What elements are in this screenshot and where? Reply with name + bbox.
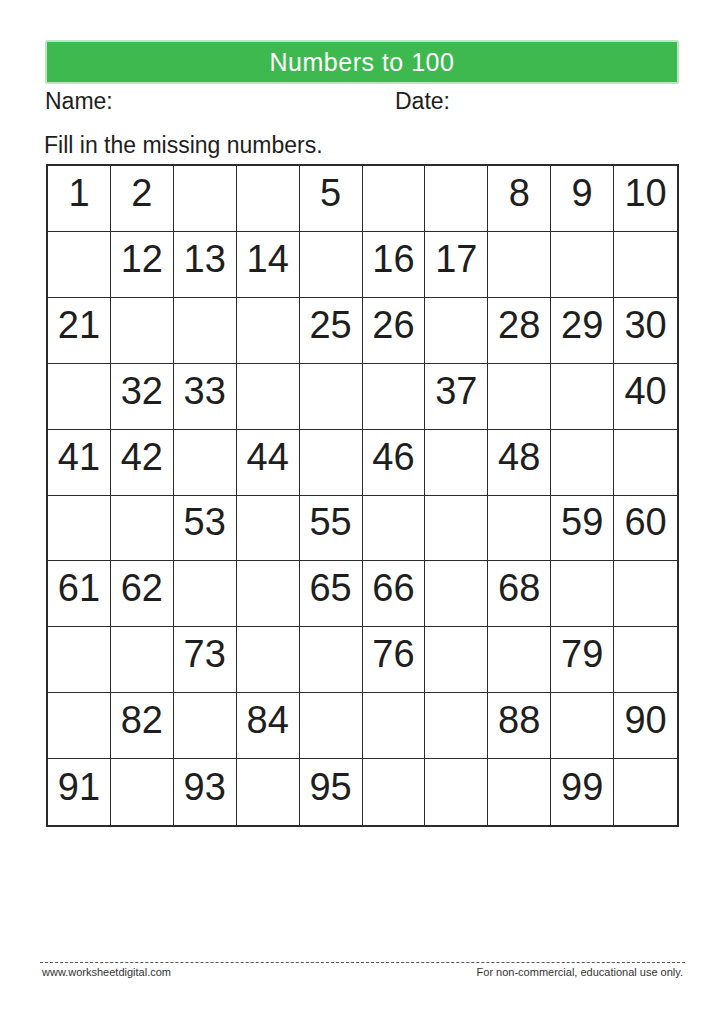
grid-cell-r7c6: 66 [363, 561, 426, 627]
grid-cell-blank-r7c9[interactable] [551, 561, 614, 627]
grid-cell-blank-r9c6[interactable] [363, 693, 426, 759]
grid-cell-blank-r6c4[interactable] [237, 496, 300, 562]
grid-cell-r7c8: 68 [488, 561, 551, 627]
grid-cell-r2c4: 14 [237, 232, 300, 298]
grid-cell-r1c5: 5 [300, 166, 363, 232]
grid-cell-blank-r8c8[interactable] [488, 627, 551, 693]
grid-cell-blank-r2c8[interactable] [488, 232, 551, 298]
grid-cell-blank-r8c2[interactable] [111, 627, 174, 693]
grid-cell-blank-r9c3[interactable] [174, 693, 237, 759]
grid-cell-blank-r6c6[interactable] [363, 496, 426, 562]
grid-cell-r3c6: 26 [363, 298, 426, 364]
grid-cell-r1c1: 1 [48, 166, 111, 232]
grid-cell-blank-r5c7[interactable] [425, 430, 488, 496]
grid-cell-r3c1: 21 [48, 298, 111, 364]
grid-cell-r1c9: 9 [551, 166, 614, 232]
grid-cell-blank-r4c4[interactable] [237, 364, 300, 430]
grid-cell-blank-r9c9[interactable] [551, 693, 614, 759]
grid-cell-r10c3: 93 [174, 759, 237, 825]
grid-cell-blank-r10c7[interactable] [425, 759, 488, 825]
name-date-row: Name: Date: [45, 88, 679, 116]
hundred-chart-grid: 1258910121314161721252628293032333740414… [46, 164, 679, 827]
grid-cell-r2c7: 17 [425, 232, 488, 298]
grid-cell-r9c10: 90 [614, 693, 677, 759]
grid-cell-blank-r5c5[interactable] [300, 430, 363, 496]
grid-cell-blank-r7c3[interactable] [174, 561, 237, 627]
grid-cell-r10c5: 95 [300, 759, 363, 825]
grid-cell-r3c10: 30 [614, 298, 677, 364]
date-label: Date: [395, 88, 450, 115]
grid-cell-blank-r2c5[interactable] [300, 232, 363, 298]
grid-cell-r2c2: 12 [111, 232, 174, 298]
grid-cell-r2c6: 16 [363, 232, 426, 298]
grid-cell-r1c2: 2 [111, 166, 174, 232]
grid-cell-r5c2: 42 [111, 430, 174, 496]
grid-cell-blank-r8c1[interactable] [48, 627, 111, 693]
grid-cell-blank-r5c9[interactable] [551, 430, 614, 496]
grid-cell-blank-r7c7[interactable] [425, 561, 488, 627]
grid-cell-blank-r3c4[interactable] [237, 298, 300, 364]
grid-cell-r6c10: 60 [614, 496, 677, 562]
grid-cell-blank-r2c1[interactable] [48, 232, 111, 298]
grid-cell-r1c10: 10 [614, 166, 677, 232]
grid-cell-blank-r6c2[interactable] [111, 496, 174, 562]
grid-cell-blank-r1c6[interactable] [363, 166, 426, 232]
grid-cell-r8c3: 73 [174, 627, 237, 693]
title-bar: Numbers to 100 [45, 40, 679, 84]
grid-cell-r3c5: 25 [300, 298, 363, 364]
grid-cell-blank-r9c1[interactable] [48, 693, 111, 759]
grid-cell-r5c6: 46 [363, 430, 426, 496]
grid-cell-r4c10: 40 [614, 364, 677, 430]
grid-cell-blank-r2c9[interactable] [551, 232, 614, 298]
grid-cell-r10c1: 91 [48, 759, 111, 825]
worksheet-page: Numbers to 100 Name: Date: Fill in the m… [0, 0, 725, 1024]
grid-cell-blank-r1c4[interactable] [237, 166, 300, 232]
grid-cell-r6c5: 55 [300, 496, 363, 562]
grid-cell-blank-r5c10[interactable] [614, 430, 677, 496]
grid-cell-blank-r9c7[interactable] [425, 693, 488, 759]
grid-cell-r1c8: 8 [488, 166, 551, 232]
grid-cell-blank-r1c7[interactable] [425, 166, 488, 232]
grid-cell-r7c2: 62 [111, 561, 174, 627]
grid-cell-blank-r6c1[interactable] [48, 496, 111, 562]
grid-cell-r9c8: 88 [488, 693, 551, 759]
grid-cell-blank-r6c7[interactable] [425, 496, 488, 562]
grid-cell-r5c8: 48 [488, 430, 551, 496]
grid-cell-blank-r10c2[interactable] [111, 759, 174, 825]
grid-cell-r7c1: 61 [48, 561, 111, 627]
grid-cell-r8c6: 76 [363, 627, 426, 693]
footer-website: www.worksheetdigital.com [42, 966, 171, 978]
grid-cell-r7c5: 65 [300, 561, 363, 627]
grid-cell-r3c8: 28 [488, 298, 551, 364]
grid-cell-blank-r10c10[interactable] [614, 759, 677, 825]
grid-cell-blank-r4c5[interactable] [300, 364, 363, 430]
grid-cell-r2c3: 13 [174, 232, 237, 298]
grid-cell-r9c2: 82 [111, 693, 174, 759]
grid-cell-r6c3: 53 [174, 496, 237, 562]
grid-cell-blank-r8c7[interactable] [425, 627, 488, 693]
grid-cell-blank-r9c5[interactable] [300, 693, 363, 759]
grid-cell-blank-r1c3[interactable] [174, 166, 237, 232]
grid-cell-blank-r8c10[interactable] [614, 627, 677, 693]
grid-cell-r5c4: 44 [237, 430, 300, 496]
grid-cell-blank-r7c10[interactable] [614, 561, 677, 627]
grid-cell-r5c1: 41 [48, 430, 111, 496]
grid-cell-r3c9: 29 [551, 298, 614, 364]
grid-cell-r6c9: 59 [551, 496, 614, 562]
name-label: Name: [45, 88, 113, 115]
grid-cell-r4c7: 37 [425, 364, 488, 430]
instruction-text: Fill in the missing numbers. [44, 132, 323, 159]
footer-license: For non-commercial, educational use only… [477, 966, 683, 978]
grid-cell-r8c9: 79 [551, 627, 614, 693]
grid-cell-blank-r3c3[interactable] [174, 298, 237, 364]
grid-cell-blank-r5c3[interactable] [174, 430, 237, 496]
grid-cell-blank-r4c1[interactable] [48, 364, 111, 430]
grid-cell-blank-r3c7[interactable] [425, 298, 488, 364]
grid-cell-blank-r4c6[interactable] [363, 364, 426, 430]
grid-cell-r4c3: 33 [174, 364, 237, 430]
grid-cell-blank-r4c9[interactable] [551, 364, 614, 430]
grid-cell-blank-r3c2[interactable] [111, 298, 174, 364]
grid-cell-r4c2: 32 [111, 364, 174, 430]
grid-cell-blank-r10c4[interactable] [237, 759, 300, 825]
footer-divider [40, 962, 685, 963]
grid-cell-r9c4: 84 [237, 693, 300, 759]
grid-cell-blank-r7c4[interactable] [237, 561, 300, 627]
grid-cell-r10c9: 99 [551, 759, 614, 825]
page-title: Numbers to 100 [270, 48, 455, 77]
grid-cell-blank-r8c5[interactable] [300, 627, 363, 693]
grid-cell-blank-r10c6[interactable] [363, 759, 426, 825]
grid-cell-blank-r4c8[interactable] [488, 364, 551, 430]
grid-cell-blank-r10c8[interactable] [488, 759, 551, 825]
grid-cell-blank-r2c10[interactable] [614, 232, 677, 298]
grid-cell-blank-r6c8[interactable] [488, 496, 551, 562]
grid-cell-blank-r8c4[interactable] [237, 627, 300, 693]
